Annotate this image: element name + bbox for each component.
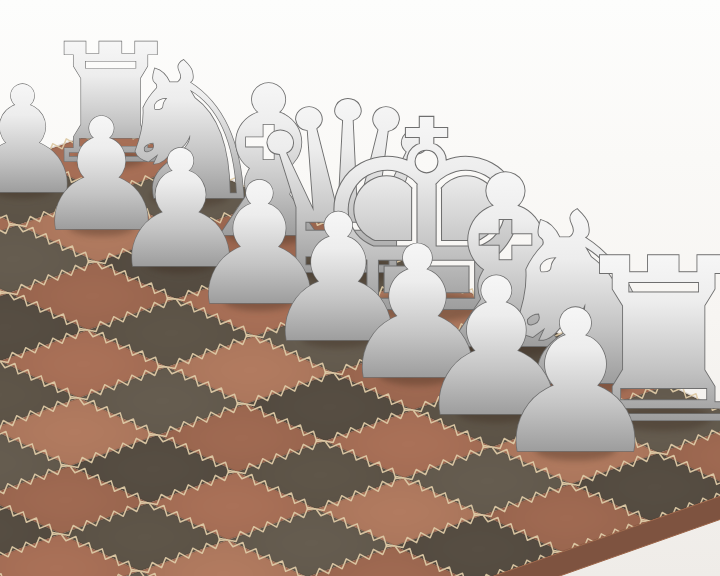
chess-product-photo: ♜♟♞♟♝♟♛♟♚♟♝♟♞♟♜♟	[0, 0, 720, 576]
